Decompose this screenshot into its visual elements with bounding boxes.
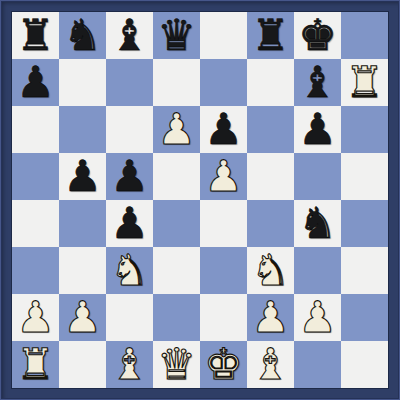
square-g7[interactable]: ♝ [294,59,341,106]
square-d4[interactable] [153,200,200,247]
square-c6[interactable] [106,106,153,153]
square-f2[interactable]: ♟ [247,294,294,341]
square-d3[interactable] [153,247,200,294]
square-f8[interactable]: ♜ [247,12,294,59]
black-pawn-piece[interactable]: ♟ [16,59,55,106]
white-queen-piece[interactable]: ♛ [157,341,196,388]
square-b5[interactable]: ♟ [59,153,106,200]
square-e2[interactable] [200,294,247,341]
white-pawn-piece[interactable]: ♟ [63,294,102,341]
square-h4[interactable] [341,200,388,247]
square-f1[interactable]: ♝ [247,341,294,388]
black-rook-piece[interactable]: ♜ [251,12,290,59]
white-bishop-piece[interactable]: ♝ [251,341,290,388]
square-a2[interactable]: ♟ [12,294,59,341]
black-king-piece[interactable]: ♚ [298,12,337,59]
square-a3[interactable] [12,247,59,294]
black-rook-piece[interactable]: ♜ [16,12,55,59]
white-pawn-piece[interactable]: ♟ [251,294,290,341]
black-knight-piece[interactable]: ♞ [63,12,102,59]
square-f6[interactable] [247,106,294,153]
square-a5[interactable] [12,153,59,200]
square-g4[interactable]: ♞ [294,200,341,247]
square-g1[interactable] [294,341,341,388]
black-pawn-piece[interactable]: ♟ [298,106,337,153]
square-b7[interactable] [59,59,106,106]
black-queen-piece[interactable]: ♛ [157,12,196,59]
square-b2[interactable]: ♟ [59,294,106,341]
square-e4[interactable] [200,200,247,247]
square-c7[interactable] [106,59,153,106]
square-a1[interactable]: ♜ [12,341,59,388]
square-c4[interactable]: ♟ [106,200,153,247]
square-e1[interactable]: ♚ [200,341,247,388]
white-knight-piece[interactable]: ♞ [251,247,290,294]
white-pawn-piece[interactable]: ♟ [16,294,55,341]
square-h3[interactable] [341,247,388,294]
square-d2[interactable] [153,294,200,341]
square-f5[interactable] [247,153,294,200]
black-bishop-piece[interactable]: ♝ [298,59,337,106]
square-g5[interactable] [294,153,341,200]
square-e6[interactable]: ♟ [200,106,247,153]
square-e3[interactable] [200,247,247,294]
black-bishop-piece[interactable]: ♝ [110,12,149,59]
square-g2[interactable]: ♟ [294,294,341,341]
white-knight-piece[interactable]: ♞ [110,247,149,294]
square-a6[interactable] [12,106,59,153]
black-pawn-piece[interactable]: ♟ [63,153,102,200]
square-b8[interactable]: ♞ [59,12,106,59]
white-pawn-piece[interactable]: ♟ [204,153,243,200]
square-d5[interactable] [153,153,200,200]
square-d1[interactable]: ♛ [153,341,200,388]
square-h1[interactable] [341,341,388,388]
black-pawn-piece[interactable]: ♟ [110,200,149,247]
square-h6[interactable] [341,106,388,153]
square-d6[interactable]: ♟ [153,106,200,153]
white-rook-piece[interactable]: ♜ [345,59,384,106]
square-d8[interactable]: ♛ [153,12,200,59]
white-king-piece[interactable]: ♚ [204,341,243,388]
white-rook-piece[interactable]: ♜ [16,341,55,388]
square-a7[interactable]: ♟ [12,59,59,106]
board-frame: ♜♞♝♛♜♚♟♝♜♟♟♟♟♟♟♟♞♞♞♟♟♟♟♜♝♛♚♝ [0,0,400,400]
square-e7[interactable] [200,59,247,106]
square-b6[interactable] [59,106,106,153]
square-b1[interactable] [59,341,106,388]
square-c8[interactable]: ♝ [106,12,153,59]
square-a4[interactable] [12,200,59,247]
square-g6[interactable]: ♟ [294,106,341,153]
black-pawn-piece[interactable]: ♟ [204,106,243,153]
square-c1[interactable]: ♝ [106,341,153,388]
square-e5[interactable]: ♟ [200,153,247,200]
square-h8[interactable] [341,12,388,59]
square-g8[interactable]: ♚ [294,12,341,59]
white-pawn-piece[interactable]: ♟ [157,106,196,153]
square-c5[interactable]: ♟ [106,153,153,200]
square-d7[interactable] [153,59,200,106]
square-h2[interactable] [341,294,388,341]
square-f7[interactable] [247,59,294,106]
chess-board: ♜♞♝♛♜♚♟♝♜♟♟♟♟♟♟♟♞♞♞♟♟♟♟♜♝♛♚♝ [12,12,388,388]
black-pawn-piece[interactable]: ♟ [110,153,149,200]
white-pawn-piece[interactable]: ♟ [298,294,337,341]
square-a8[interactable]: ♜ [12,12,59,59]
square-h5[interactable] [341,153,388,200]
square-f3[interactable]: ♞ [247,247,294,294]
square-c3[interactable]: ♞ [106,247,153,294]
square-e8[interactable] [200,12,247,59]
square-c2[interactable] [106,294,153,341]
white-bishop-piece[interactable]: ♝ [110,341,149,388]
square-g3[interactable] [294,247,341,294]
square-f4[interactable] [247,200,294,247]
square-h7[interactable]: ♜ [341,59,388,106]
square-b3[interactable] [59,247,106,294]
square-b4[interactable] [59,200,106,247]
black-knight-piece[interactable]: ♞ [298,200,337,247]
